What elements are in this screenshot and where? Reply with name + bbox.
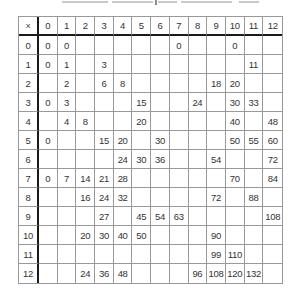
cell-6x10 bbox=[226, 150, 245, 169]
cell-10x11 bbox=[245, 226, 264, 245]
col-header-11: 11 bbox=[245, 17, 264, 36]
cell-0x0: 0 bbox=[39, 36, 58, 55]
cell-1x10 bbox=[226, 55, 245, 74]
multiplication-table-grid: ×012345678910111200000101311226818203031… bbox=[18, 16, 283, 284]
cell-12x11: 132 bbox=[245, 264, 264, 283]
cell-7x3: 21 bbox=[95, 169, 114, 188]
cell-6x9: 54 bbox=[207, 150, 226, 169]
cell-11x8 bbox=[189, 245, 208, 264]
cell-3x5: 15 bbox=[132, 93, 151, 112]
cell-1x2 bbox=[76, 55, 95, 74]
cell-6x3 bbox=[95, 150, 114, 169]
cell-6x11 bbox=[245, 150, 264, 169]
cell-12x5 bbox=[132, 264, 151, 283]
cell-6x0 bbox=[39, 150, 58, 169]
title-fragment-segment bbox=[181, 1, 232, 3]
cell-1x4 bbox=[114, 55, 133, 74]
row-header-10: 10 bbox=[19, 226, 39, 245]
cell-8x6 bbox=[151, 188, 170, 207]
cell-10x2: 20 bbox=[76, 226, 95, 245]
title-fragment-segment bbox=[62, 1, 108, 3]
cell-6x7 bbox=[170, 150, 189, 169]
cell-4x6 bbox=[151, 112, 170, 131]
cell-0x1: 0 bbox=[58, 36, 77, 55]
cell-9x11 bbox=[245, 207, 264, 226]
cell-4x3 bbox=[95, 112, 114, 131]
cell-5x5 bbox=[132, 131, 151, 150]
cell-0x2 bbox=[76, 36, 95, 55]
cell-8x10 bbox=[226, 188, 245, 207]
col-header-1: 1 bbox=[58, 17, 77, 36]
cell-0x3 bbox=[95, 36, 114, 55]
cell-7x0: 0 bbox=[39, 169, 58, 188]
cell-5x0: 0 bbox=[39, 131, 58, 150]
cell-10x9: 90 bbox=[207, 226, 226, 245]
cell-8x11: 88 bbox=[245, 188, 264, 207]
cell-7x6 bbox=[151, 169, 170, 188]
cell-3x10: 30 bbox=[226, 93, 245, 112]
cell-4x10: 40 bbox=[226, 112, 245, 131]
cell-10x6 bbox=[151, 226, 170, 245]
cell-5x6: 30 bbox=[151, 131, 170, 150]
cell-1x5 bbox=[132, 55, 151, 74]
cell-7x8 bbox=[189, 169, 208, 188]
cell-2x7 bbox=[170, 74, 189, 93]
cell-12x0 bbox=[39, 264, 58, 283]
cell-11x3 bbox=[95, 245, 114, 264]
cell-7x7 bbox=[170, 169, 189, 188]
row-header-0: 0 bbox=[19, 36, 39, 55]
cell-2x2 bbox=[76, 74, 95, 93]
row-header-1: 1 bbox=[19, 55, 39, 74]
cell-0x12 bbox=[263, 36, 282, 55]
cell-8x9: 72 bbox=[207, 188, 226, 207]
row-header-9: 9 bbox=[19, 207, 39, 226]
row-header-4: 4 bbox=[19, 112, 39, 131]
cell-1x3: 3 bbox=[95, 55, 114, 74]
cell-7x10: 70 bbox=[226, 169, 245, 188]
row-header-7: 7 bbox=[19, 169, 39, 188]
cell-3x7 bbox=[170, 93, 189, 112]
cell-8x2: 16 bbox=[76, 188, 95, 207]
col-header-12: 12 bbox=[263, 17, 282, 36]
cell-3x2 bbox=[76, 93, 95, 112]
cell-3x11: 33 bbox=[245, 93, 264, 112]
cell-9x12: 108 bbox=[263, 207, 282, 226]
cell-12x3: 36 bbox=[95, 264, 114, 283]
cell-3x9 bbox=[207, 93, 226, 112]
cell-7x9 bbox=[207, 169, 226, 188]
cell-9x8 bbox=[189, 207, 208, 226]
cell-9x0 bbox=[39, 207, 58, 226]
col-header-9: 9 bbox=[207, 17, 226, 36]
cell-10x5: 50 bbox=[132, 226, 151, 245]
title-fragment-segment bbox=[239, 1, 259, 3]
cell-10x12 bbox=[263, 226, 282, 245]
cell-9x9 bbox=[207, 207, 226, 226]
cell-1x1: 1 bbox=[58, 55, 77, 74]
col-header-5: 5 bbox=[132, 17, 151, 36]
cell-6x12: 72 bbox=[263, 150, 282, 169]
cell-12x6 bbox=[151, 264, 170, 283]
cell-10x10 bbox=[226, 226, 245, 245]
cell-12x12 bbox=[263, 264, 282, 283]
row-header-8: 8 bbox=[19, 188, 39, 207]
cell-8x12 bbox=[263, 188, 282, 207]
col-header-7: 7 bbox=[170, 17, 189, 36]
cell-6x5: 30 bbox=[132, 150, 151, 169]
title-fragment-segment bbox=[158, 1, 177, 3]
cell-2x5 bbox=[132, 74, 151, 93]
cell-11x6 bbox=[151, 245, 170, 264]
cell-2x8 bbox=[189, 74, 208, 93]
cell-1x11: 11 bbox=[245, 55, 264, 74]
cell-8x8 bbox=[189, 188, 208, 207]
cell-10x0 bbox=[39, 226, 58, 245]
cell-3x8: 24 bbox=[189, 93, 208, 112]
cell-2x12 bbox=[263, 74, 282, 93]
cell-7x12: 84 bbox=[263, 169, 282, 188]
cell-0x6 bbox=[151, 36, 170, 55]
cell-5x11: 55 bbox=[245, 131, 264, 150]
cell-0x7: 0 bbox=[170, 36, 189, 55]
cell-0x5 bbox=[132, 36, 151, 55]
cell-12x2: 24 bbox=[76, 264, 95, 283]
cell-11x9: 99 bbox=[207, 245, 226, 264]
cell-12x8: 96 bbox=[189, 264, 208, 283]
cell-2x1: 2 bbox=[58, 74, 77, 93]
col-header-3: 3 bbox=[95, 17, 114, 36]
cell-5x2 bbox=[76, 131, 95, 150]
cell-4x11 bbox=[245, 112, 264, 131]
cell-8x5 bbox=[132, 188, 151, 207]
worksheet-page: ×012345678910111200000101311226818203031… bbox=[0, 0, 292, 300]
cell-10x4: 40 bbox=[114, 226, 133, 245]
cell-4x12: 48 bbox=[263, 112, 282, 131]
cell-11x1 bbox=[58, 245, 77, 264]
cell-6x6: 36 bbox=[151, 150, 170, 169]
cell-5x7 bbox=[170, 131, 189, 150]
cell-6x1 bbox=[58, 150, 77, 169]
cell-11x7 bbox=[170, 245, 189, 264]
row-header-12: 12 bbox=[19, 264, 39, 283]
cell-5x10: 50 bbox=[226, 131, 245, 150]
cell-4x7 bbox=[170, 112, 189, 131]
title-fragment-descender bbox=[155, 0, 157, 5]
cell-11x12 bbox=[263, 245, 282, 264]
cell-5x12: 60 bbox=[263, 131, 282, 150]
cell-11x0 bbox=[39, 245, 58, 264]
cell-6x8 bbox=[189, 150, 208, 169]
cell-2x0 bbox=[39, 74, 58, 93]
cell-7x11 bbox=[245, 169, 264, 188]
cell-3x12 bbox=[263, 93, 282, 112]
cell-5x8 bbox=[189, 131, 208, 150]
cell-0x11 bbox=[245, 36, 264, 55]
col-header-6: 6 bbox=[151, 17, 170, 36]
cell-3x0: 0 bbox=[39, 93, 58, 112]
cell-9x6: 54 bbox=[151, 207, 170, 226]
cell-1x6 bbox=[151, 55, 170, 74]
cell-9x3: 27 bbox=[95, 207, 114, 226]
cell-1x7 bbox=[170, 55, 189, 74]
cell-6x2 bbox=[76, 150, 95, 169]
cell-8x0 bbox=[39, 188, 58, 207]
cell-4x0 bbox=[39, 112, 58, 131]
row-header-5: 5 bbox=[19, 131, 39, 150]
cell-11x2 bbox=[76, 245, 95, 264]
corner-times-symbol: × bbox=[19, 17, 39, 36]
cell-5x3: 15 bbox=[95, 131, 114, 150]
cell-12x1 bbox=[58, 264, 77, 283]
cell-10x3: 30 bbox=[95, 226, 114, 245]
cell-12x10: 120 bbox=[226, 264, 245, 283]
row-header-11: 11 bbox=[19, 245, 39, 264]
cell-8x3: 24 bbox=[95, 188, 114, 207]
cell-2x3: 6 bbox=[95, 74, 114, 93]
col-header-2: 2 bbox=[76, 17, 95, 36]
cell-5x1 bbox=[58, 131, 77, 150]
cell-12x7 bbox=[170, 264, 189, 283]
cell-3x1: 3 bbox=[58, 93, 77, 112]
row-header-6: 6 bbox=[19, 150, 39, 169]
cell-12x4: 48 bbox=[114, 264, 133, 283]
cell-2x9: 18 bbox=[207, 74, 226, 93]
cell-5x9 bbox=[207, 131, 226, 150]
cell-2x10: 20 bbox=[226, 74, 245, 93]
cell-2x11 bbox=[245, 74, 264, 93]
cell-10x7 bbox=[170, 226, 189, 245]
cell-7x4: 28 bbox=[114, 169, 133, 188]
cell-4x2: 8 bbox=[76, 112, 95, 131]
cell-0x10: 0 bbox=[226, 36, 245, 55]
cell-2x6 bbox=[151, 74, 170, 93]
title-fragment-segment bbox=[112, 1, 153, 3]
cell-12x9: 108 bbox=[207, 264, 226, 283]
cell-10x8 bbox=[189, 226, 208, 245]
cell-11x5 bbox=[132, 245, 151, 264]
cell-0x4 bbox=[114, 36, 133, 55]
cell-9x5: 45 bbox=[132, 207, 151, 226]
cell-4x5: 20 bbox=[132, 112, 151, 131]
row-header-2: 2 bbox=[19, 74, 39, 93]
cell-0x9 bbox=[207, 36, 226, 55]
cell-11x4 bbox=[114, 245, 133, 264]
cell-8x7 bbox=[170, 188, 189, 207]
cell-4x9 bbox=[207, 112, 226, 131]
cell-9x2 bbox=[76, 207, 95, 226]
col-header-8: 8 bbox=[189, 17, 208, 36]
cell-9x1 bbox=[58, 207, 77, 226]
col-header-10: 10 bbox=[226, 17, 245, 36]
cell-11x11 bbox=[245, 245, 264, 264]
cell-1x12 bbox=[263, 55, 282, 74]
cell-6x4: 24 bbox=[114, 150, 133, 169]
cell-4x4 bbox=[114, 112, 133, 131]
cell-11x10: 110 bbox=[226, 245, 245, 264]
cell-7x2: 14 bbox=[76, 169, 95, 188]
row-header-3: 3 bbox=[19, 93, 39, 112]
cell-9x10 bbox=[226, 207, 245, 226]
cell-3x6 bbox=[151, 93, 170, 112]
col-header-4: 4 bbox=[114, 17, 133, 36]
cell-1x0: 0 bbox=[39, 55, 58, 74]
col-header-0: 0 bbox=[39, 17, 58, 36]
cell-4x1: 4 bbox=[58, 112, 77, 131]
cell-7x1: 7 bbox=[58, 169, 77, 188]
cell-8x1 bbox=[58, 188, 77, 207]
cell-3x3 bbox=[95, 93, 114, 112]
cell-4x8 bbox=[189, 112, 208, 131]
cropped-title-text bbox=[0, 0, 292, 5]
cell-9x4 bbox=[114, 207, 133, 226]
cell-1x8 bbox=[189, 55, 208, 74]
cell-10x1 bbox=[58, 226, 77, 245]
cell-5x4: 20 bbox=[114, 131, 133, 150]
cell-3x4 bbox=[114, 93, 133, 112]
cell-0x8 bbox=[189, 36, 208, 55]
cell-9x7: 63 bbox=[170, 207, 189, 226]
cell-1x9 bbox=[207, 55, 226, 74]
cell-8x4: 32 bbox=[114, 188, 133, 207]
cell-7x5 bbox=[132, 169, 151, 188]
cell-2x4: 8 bbox=[114, 74, 133, 93]
